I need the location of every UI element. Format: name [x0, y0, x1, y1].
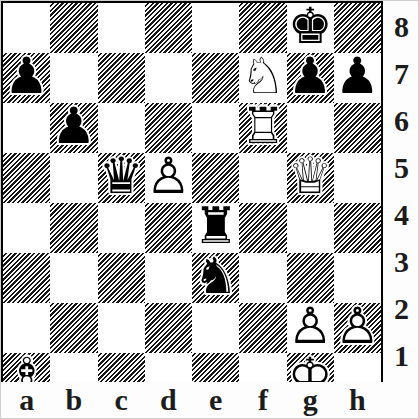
piece-black-pawn[interactable]: ♟♟	[334, 53, 381, 103]
black-queen-glyph: ♛	[99, 151, 144, 201]
white-rook-glyph: ♖	[240, 101, 285, 151]
black-pawn-glyph: ♟	[4, 51, 49, 101]
square-h4[interactable]	[334, 203, 381, 253]
square-c2[interactable]	[98, 303, 145, 353]
square-h5[interactable]	[334, 153, 381, 203]
white-knight-glyph: ♘	[240, 51, 285, 101]
black-king-glyph: ♚	[288, 1, 333, 51]
square-h2[interactable]: ♟♙	[334, 303, 381, 353]
rank-label-6: 6	[394, 106, 409, 136]
piece-black-rook[interactable]: ♜♜	[192, 203, 239, 253]
square-b5[interactable]	[50, 153, 97, 203]
piece-black-pawn[interactable]: ♟♟	[50, 103, 97, 153]
square-h7[interactable]: ♟♟	[334, 53, 381, 103]
square-a7[interactable]: ♟♟	[3, 53, 50, 103]
square-d8[interactable]	[145, 3, 192, 53]
file-label-h: h	[349, 385, 366, 415]
square-g8[interactable]: ♚♚	[287, 3, 334, 53]
square-h3[interactable]	[334, 253, 381, 303]
rank-label-3: 3	[394, 247, 409, 277]
piece-black-queen[interactable]: ♛♛	[98, 153, 145, 203]
square-g5[interactable]: ♛♕	[287, 153, 334, 203]
rank-label-8: 8	[394, 12, 409, 42]
chess-board: ♚♚♟♟♞♘♟♟♟♟♟♟♜♖♛♛♟♙♛♕♜♜♞♞♟♙♟♙♝♗♚♔	[1, 1, 383, 382]
square-d2[interactable]	[145, 303, 192, 353]
square-b8[interactable]	[50, 3, 97, 53]
square-h6[interactable]	[334, 103, 381, 153]
file-label-g: g	[303, 385, 318, 415]
square-g6[interactable]	[287, 103, 334, 153]
square-g7[interactable]: ♟♟	[287, 53, 334, 103]
square-d4[interactable]	[145, 203, 192, 253]
file-label-f: f	[258, 385, 268, 415]
black-pawn-glyph: ♟	[335, 51, 380, 101]
square-f6[interactable]: ♜♖	[239, 103, 286, 153]
square-a2[interactable]	[3, 303, 50, 353]
square-e3[interactable]: ♞♞	[192, 253, 239, 303]
square-e5[interactable]	[192, 153, 239, 203]
square-a4[interactable]	[3, 203, 50, 253]
black-rook-glyph: ♜	[193, 201, 238, 251]
white-pawn-glyph: ♙	[288, 301, 333, 351]
rank-label-2: 2	[394, 294, 409, 324]
square-d3[interactable]	[145, 253, 192, 303]
square-c3[interactable]	[98, 253, 145, 303]
black-pawn-glyph: ♟	[288, 51, 333, 101]
square-b7[interactable]	[50, 53, 97, 103]
square-c7[interactable]	[98, 53, 145, 103]
black-pawn-glyph: ♟	[51, 101, 96, 151]
square-c5[interactable]: ♛♛	[98, 153, 145, 203]
square-a5[interactable]	[3, 153, 50, 203]
piece-white-rook[interactable]: ♜♖	[239, 103, 286, 153]
file-label-b: b	[66, 385, 83, 415]
file-label-c: c	[114, 385, 127, 415]
square-b4[interactable]	[50, 203, 97, 253]
rank-label-7: 7	[394, 59, 409, 89]
square-a3[interactable]	[3, 253, 50, 303]
square-a8[interactable]	[3, 3, 50, 53]
rank-labels: 8 7 6 5 4 3 2 1	[383, 3, 419, 380]
square-f7[interactable]: ♞♘	[239, 53, 286, 103]
square-c4[interactable]	[98, 203, 145, 253]
square-g4[interactable]	[287, 203, 334, 253]
white-pawn-glyph: ♙	[146, 151, 191, 201]
square-e7[interactable]	[192, 53, 239, 103]
square-g3[interactable]	[287, 253, 334, 303]
piece-white-pawn[interactable]: ♟♙	[145, 153, 192, 203]
square-e6[interactable]	[192, 103, 239, 153]
rank-label-1: 1	[394, 341, 409, 371]
square-c8[interactable]	[98, 3, 145, 53]
file-label-e: e	[209, 385, 222, 415]
rank-label-4: 4	[394, 200, 409, 230]
square-f3[interactable]	[239, 253, 286, 303]
file-labels: a b c d e f g h	[3, 382, 381, 418]
square-e2[interactable]	[192, 303, 239, 353]
black-knight-glyph: ♞	[193, 251, 238, 301]
square-g2[interactable]: ♟♙	[287, 303, 334, 353]
piece-white-pawn[interactable]: ♟♙	[334, 303, 381, 353]
square-b6[interactable]: ♟♟	[50, 103, 97, 153]
square-a6[interactable]	[3, 103, 50, 153]
square-b2[interactable]	[50, 303, 97, 353]
chess-diagram: ♚♚♟♟♞♘♟♟♟♟♟♟♜♖♛♛♟♙♛♕♜♜♞♞♟♙♟♙♝♗♚♔ 8 7 6 5…	[0, 0, 419, 419]
rank-label-5: 5	[394, 153, 409, 183]
square-e4[interactable]: ♜♜	[192, 203, 239, 253]
square-e8[interactable]	[192, 3, 239, 53]
file-label-a: a	[19, 385, 34, 415]
piece-black-knight[interactable]: ♞♞	[192, 253, 239, 303]
file-label-d: d	[160, 385, 177, 415]
white-queen-glyph: ♕	[288, 151, 333, 201]
piece-black-pawn[interactable]: ♟♟	[3, 53, 50, 103]
square-b3[interactable]	[50, 253, 97, 303]
piece-white-queen[interactable]: ♛♕	[287, 153, 334, 203]
square-d6[interactable]	[145, 103, 192, 153]
square-c6[interactable]	[98, 103, 145, 153]
square-f8[interactable]	[239, 3, 286, 53]
piece-white-knight[interactable]: ♞♘	[239, 53, 286, 103]
square-h8[interactable]	[334, 3, 381, 53]
piece-black-pawn[interactable]: ♟♟	[287, 53, 334, 103]
square-f5[interactable]	[239, 153, 286, 203]
square-d5[interactable]: ♟♙	[145, 153, 192, 203]
square-d7[interactable]	[145, 53, 192, 103]
square-f2[interactable]	[239, 303, 286, 353]
white-pawn-glyph: ♙	[335, 301, 380, 351]
piece-white-pawn[interactable]: ♟♙	[287, 303, 334, 353]
square-f4[interactable]	[239, 203, 286, 253]
piece-black-king[interactable]: ♚♚	[287, 3, 334, 53]
